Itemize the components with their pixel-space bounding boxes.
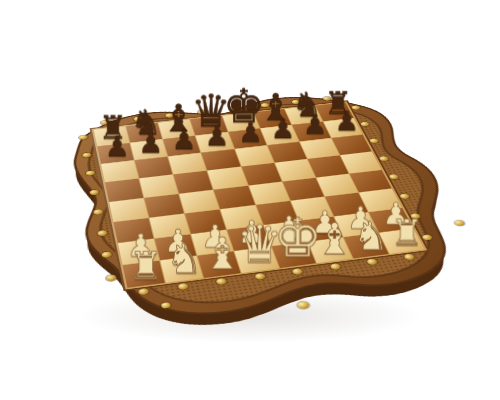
square-b7: ♟ xyxy=(130,139,167,160)
white-rook: ♜ xyxy=(129,247,163,285)
square-d7: ♟ xyxy=(196,132,234,152)
white-rook: ♜ xyxy=(390,215,423,251)
square-b4 xyxy=(144,194,184,217)
black-pawn: ♟ xyxy=(105,133,130,161)
square-h7: ♟ xyxy=(323,118,362,137)
white-knight: ♞ xyxy=(166,239,203,280)
black-pawn: ♟ xyxy=(205,122,230,150)
black-pawn: ♟ xyxy=(138,130,163,158)
black-pawn: ♟ xyxy=(303,112,327,139)
black-pawn: ♟ xyxy=(172,126,197,154)
black-pawn: ♟ xyxy=(270,115,295,142)
black-pawn: ♟ xyxy=(335,108,359,135)
photo-scene: ♜♞♝♛♚♝♞♜♟♟♟♟♟♟♟♟♟♟♟♟♟♟♟♟♜♞♝♛♚♝♞♜ xyxy=(0,0,500,400)
white-bishop: ♝ xyxy=(203,231,242,275)
white-knight: ♞ xyxy=(353,216,389,256)
square-c1: ♝ xyxy=(198,251,241,278)
square-a1: ♜ xyxy=(123,261,165,288)
square-c7: ♟ xyxy=(163,136,200,156)
chess-set: ♜♞♝♛♚♝♞♜♟♟♟♟♟♟♟♟♟♟♟♟♟♟♟♟♜♞♝♛♚♝♞♜ xyxy=(32,73,500,352)
black-pawn: ♟ xyxy=(238,119,263,147)
square-b1: ♞ xyxy=(160,256,203,283)
white-queen: ♛ xyxy=(237,218,284,270)
square-a7: ♟ xyxy=(97,143,134,164)
square-f7: ♟ xyxy=(260,125,298,145)
square-e7: ♟ xyxy=(228,129,266,149)
